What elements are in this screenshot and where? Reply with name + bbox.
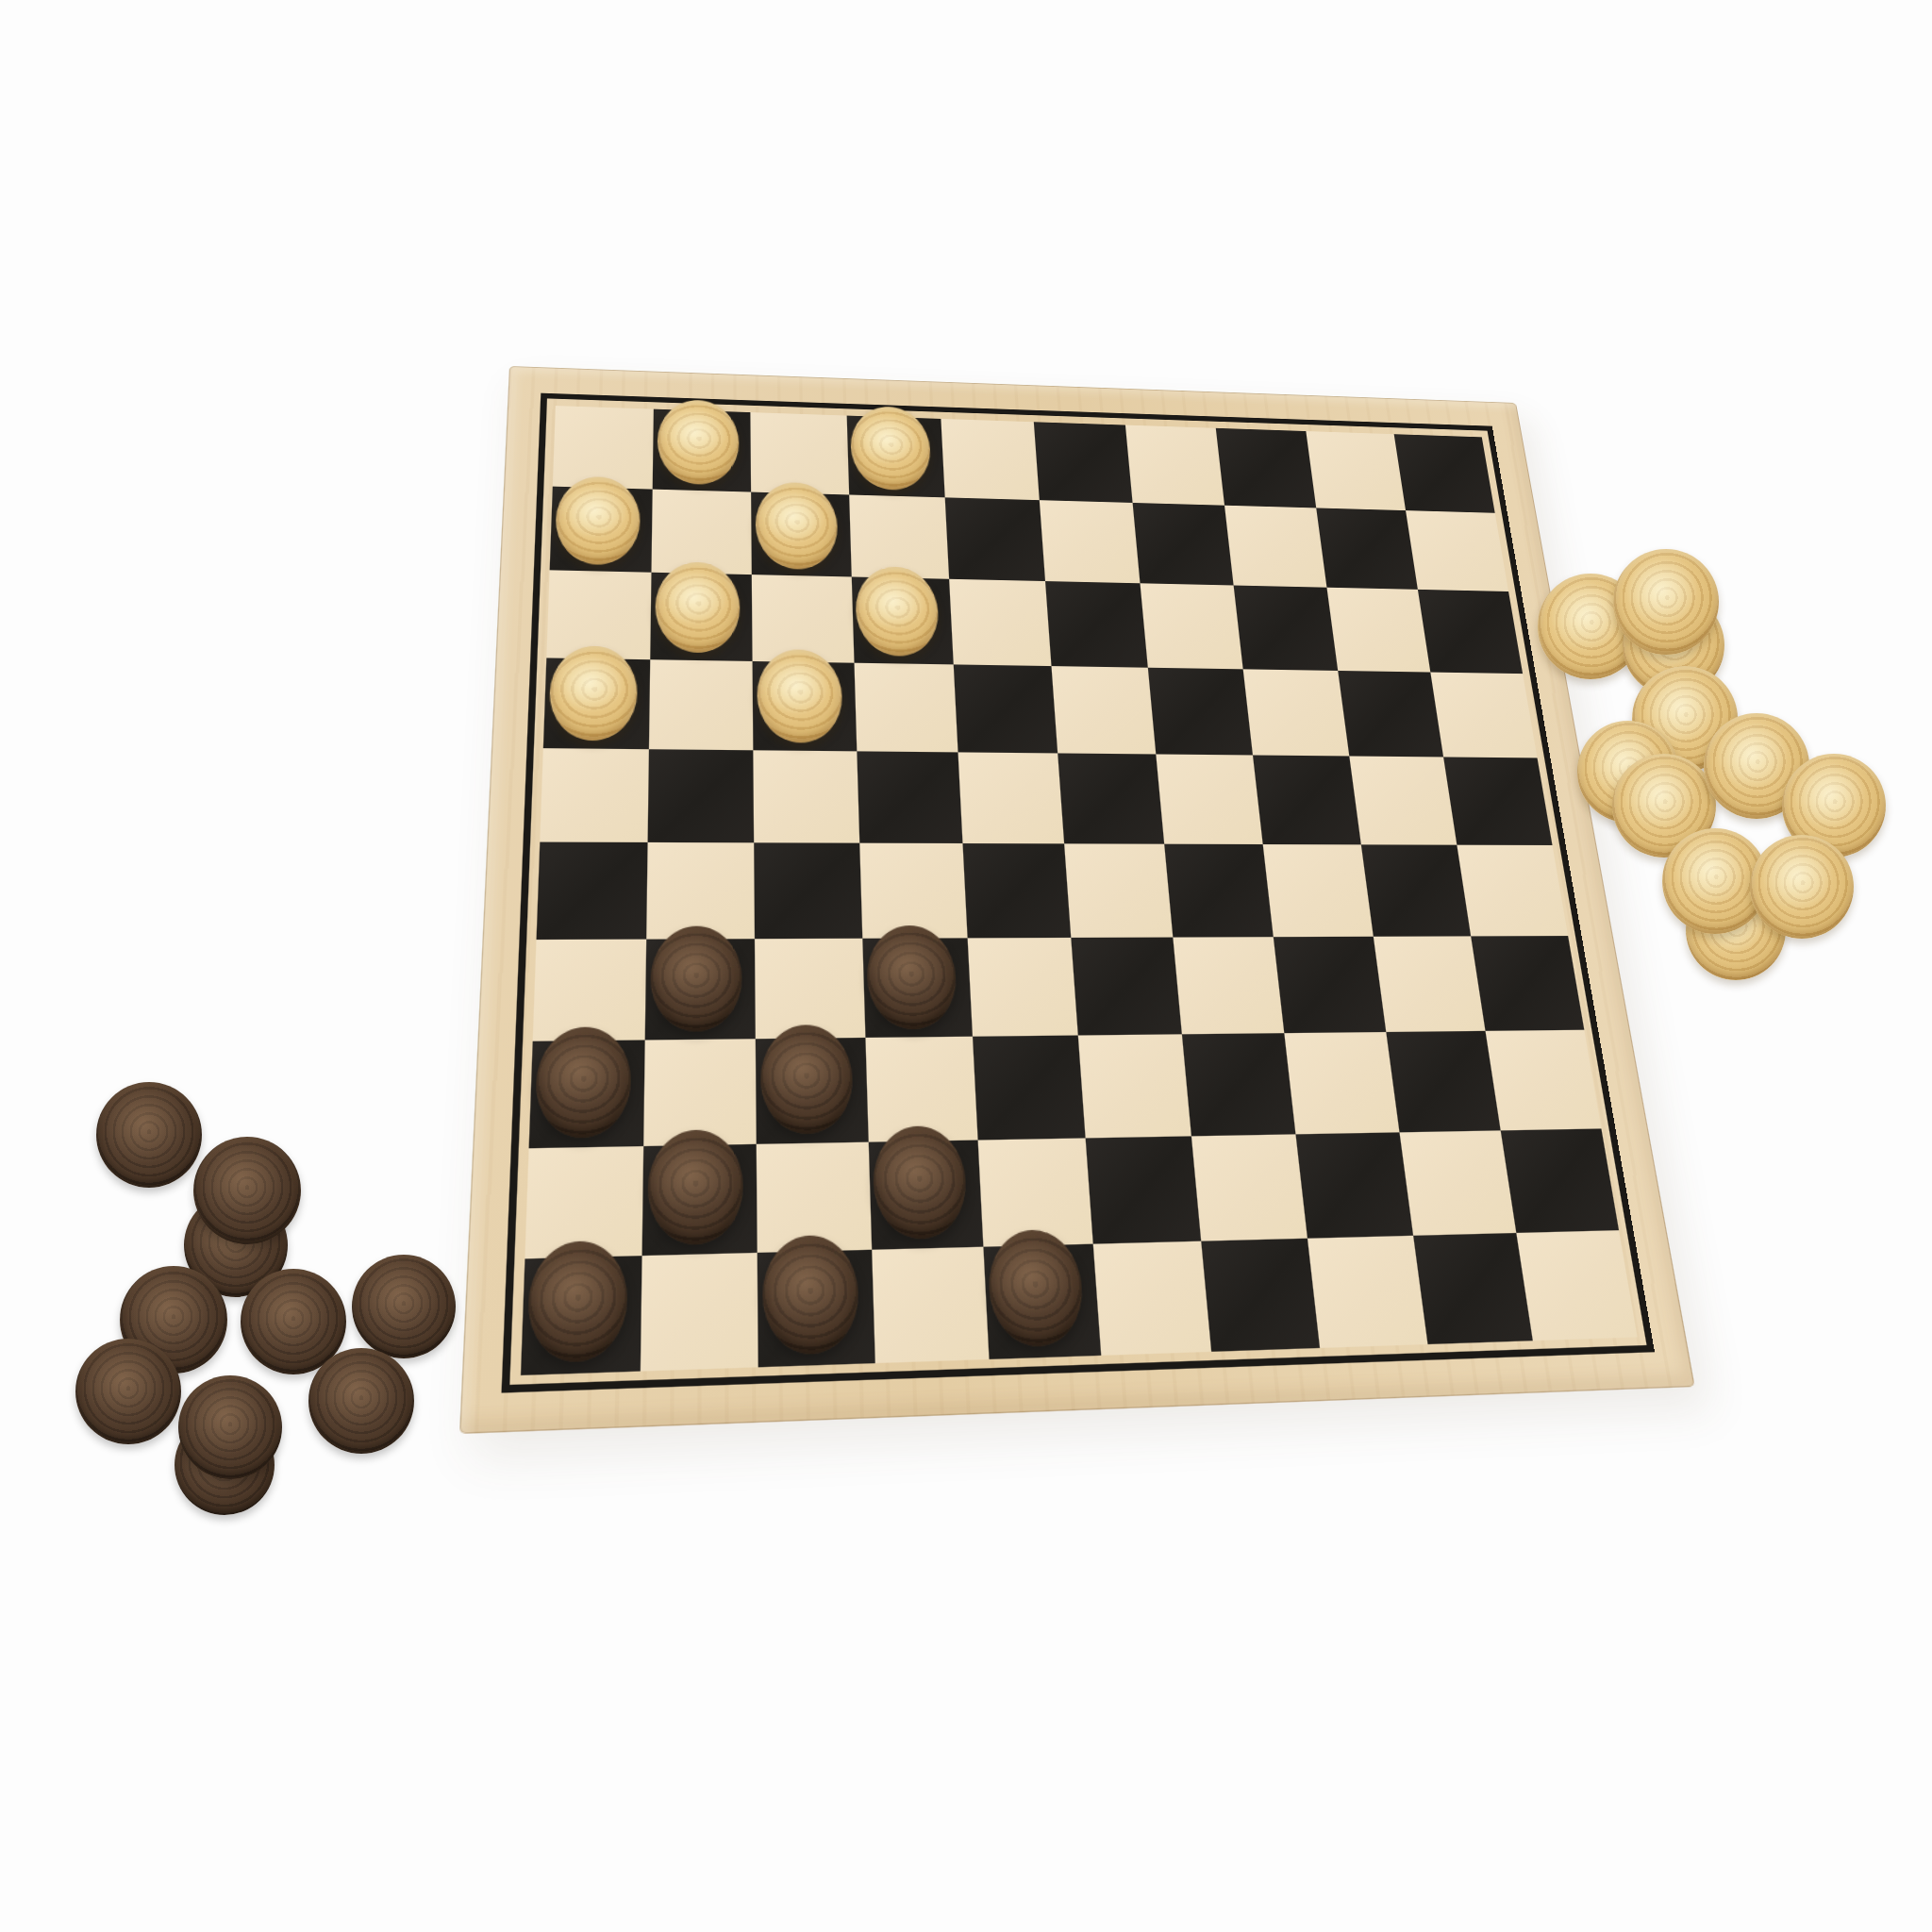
square-r8c6[interactable] <box>1078 1035 1192 1139</box>
square-r5c10[interactable] <box>1443 757 1552 845</box>
square-r5c2[interactable] <box>648 749 756 843</box>
square-r7c8[interactable] <box>1274 937 1386 1034</box>
square-r6c7[interactable] <box>1164 844 1274 939</box>
square-r3c6[interactable] <box>1045 581 1149 667</box>
square-r9c9[interactable] <box>1399 1130 1517 1236</box>
dark-pile-piece-6[interactable] <box>352 1255 456 1358</box>
square-r6c10[interactable] <box>1457 845 1568 938</box>
square-r4c8[interactable] <box>1243 669 1350 757</box>
square-r4c4[interactable] <box>854 662 958 753</box>
square-r5c7[interactable] <box>1157 754 1264 844</box>
square-r10c6[interactable] <box>1093 1241 1212 1355</box>
square-r9c6[interactable] <box>1086 1136 1203 1244</box>
square-r7c9[interactable] <box>1373 937 1486 1033</box>
square-r10c2[interactable] <box>641 1253 759 1371</box>
square-r3c7[interactable] <box>1141 584 1244 670</box>
square-r5c3[interactable] <box>754 750 860 843</box>
square-r8c8[interactable] <box>1285 1032 1400 1134</box>
square-r9c10[interactable] <box>1500 1128 1618 1233</box>
square-r3c5[interactable] <box>949 579 1052 666</box>
square-r5c5[interactable] <box>958 752 1065 844</box>
square-r2c10[interactable] <box>1406 510 1508 592</box>
square-r5c4[interactable] <box>857 751 963 843</box>
square-r1c5[interactable] <box>941 419 1040 501</box>
square-r8c9[interactable] <box>1386 1031 1501 1132</box>
board <box>459 366 1695 1434</box>
square-r10c10[interactable] <box>1516 1230 1637 1341</box>
square-r7c5[interactable] <box>967 938 1078 1038</box>
square-r1c7[interactable] <box>1125 425 1225 507</box>
dark-pile-piece-1[interactable] <box>96 1082 202 1188</box>
square-r1c10[interactable] <box>1393 434 1494 513</box>
square-r6c3[interactable] <box>755 842 863 940</box>
square-r6c9[interactable] <box>1360 844 1471 937</box>
square-r5c9[interactable] <box>1349 756 1457 845</box>
square-r7c7[interactable] <box>1174 937 1286 1035</box>
square-r5c6[interactable] <box>1058 753 1165 844</box>
square-r4c5[interactable] <box>954 664 1058 754</box>
square-r2c7[interactable] <box>1133 503 1235 586</box>
dark-pile-piece-9[interactable] <box>178 1375 282 1479</box>
product-photo-stage <box>0 0 1932 1932</box>
square-r9c7[interactable] <box>1191 1134 1308 1241</box>
square-r10c7[interactable] <box>1201 1238 1321 1351</box>
square-r2c8[interactable] <box>1224 506 1326 589</box>
square-r8c7[interactable] <box>1182 1034 1297 1137</box>
square-r4c2[interactable] <box>649 659 754 751</box>
square-r4c10[interactable] <box>1430 672 1537 758</box>
square-r4c6[interactable] <box>1051 666 1157 755</box>
dark-pile-piece-10[interactable] <box>308 1348 414 1454</box>
square-r5c8[interactable] <box>1253 755 1361 845</box>
square-r4c9[interactable] <box>1338 671 1444 758</box>
square-r6c8[interactable] <box>1263 844 1374 938</box>
square-r3c8[interactable] <box>1234 586 1338 671</box>
square-r4c7[interactable] <box>1148 667 1254 756</box>
square-r1c6[interactable] <box>1034 422 1134 503</box>
light-pile-piece-11[interactable] <box>1750 835 1854 939</box>
square-r6c5[interactable] <box>962 843 1072 939</box>
square-r6c1[interactable] <box>537 842 649 941</box>
square-r9c8[interactable] <box>1296 1132 1414 1239</box>
square-r6c6[interactable] <box>1064 843 1174 939</box>
square-r8c10[interactable] <box>1485 1030 1601 1130</box>
square-r7c6[interactable] <box>1071 938 1183 1037</box>
dark-pile-piece-3[interactable] <box>193 1137 301 1244</box>
dark-pile-piece-7[interactable] <box>75 1339 181 1444</box>
square-r2c5[interactable] <box>944 498 1045 582</box>
square-r2c6[interactable] <box>1040 500 1141 584</box>
square-r5c1[interactable] <box>540 748 650 843</box>
square-r7c10[interactable] <box>1471 936 1584 1032</box>
square-r10c8[interactable] <box>1307 1236 1427 1348</box>
square-r8c5[interactable] <box>973 1036 1087 1141</box>
piece-light-r3c2[interactable] <box>655 561 740 654</box>
light-pile-piece-3[interactable] <box>1613 549 1719 655</box>
square-r1c9[interactable] <box>1306 431 1407 511</box>
piece-dark-r7c2[interactable] <box>650 925 742 1031</box>
square-r2c9[interactable] <box>1316 508 1419 591</box>
square-r3c10[interactable] <box>1418 590 1523 674</box>
square-r10c9[interactable] <box>1413 1233 1534 1344</box>
square-r3c9[interactable] <box>1326 588 1431 673</box>
square-r1c8[interactable] <box>1216 428 1316 508</box>
square-r10c4[interactable] <box>872 1246 990 1362</box>
